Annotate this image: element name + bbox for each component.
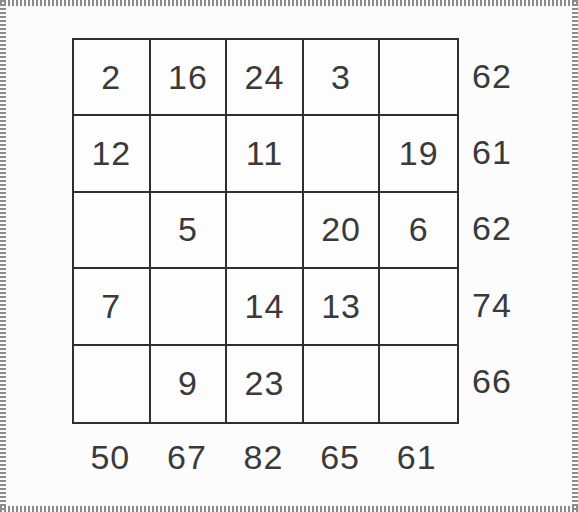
grid-cell-r3c3[interactable] bbox=[227, 193, 304, 269]
row-sum-2: 61 bbox=[472, 133, 512, 172]
row-sum-1: 62 bbox=[472, 57, 512, 96]
row-sum-4: 74 bbox=[472, 286, 512, 325]
perforated-border-top bbox=[0, 0, 578, 6]
grid-cell-r4c1: 7 bbox=[74, 269, 151, 345]
col-sum-4: 65 bbox=[320, 438, 360, 477]
grid-cell-r4c4: 13 bbox=[304, 269, 381, 345]
perforated-border-right bbox=[572, 0, 578, 512]
grid-cell-r1c1: 2 bbox=[74, 40, 151, 116]
grid-cell-r1c5[interactable] bbox=[380, 40, 457, 116]
col-sum-3: 82 bbox=[244, 438, 284, 477]
puzzle-grid: 216243121119520671413923 bbox=[72, 38, 459, 424]
grid-cell-r1c2: 16 bbox=[151, 40, 228, 116]
grid-cell-r4c5[interactable] bbox=[380, 269, 457, 345]
grid-cell-r2c5: 19 bbox=[380, 116, 457, 192]
grid-cell-r2c1: 12 bbox=[74, 116, 151, 192]
grid-cell-r2c3: 11 bbox=[227, 116, 304, 192]
grid-cell-r3c4: 20 bbox=[304, 193, 381, 269]
grid-cell-r4c3: 14 bbox=[227, 269, 304, 345]
col-sum-5: 61 bbox=[397, 438, 437, 477]
row-sum-5: 66 bbox=[472, 362, 512, 401]
grid-cell-r3c1[interactable] bbox=[74, 193, 151, 269]
grid-cell-r3c5: 6 bbox=[380, 193, 457, 269]
col-sum-2: 67 bbox=[167, 438, 207, 477]
grid-cell-r5c5[interactable] bbox=[380, 346, 457, 422]
grid-cell-r2c4[interactable] bbox=[304, 116, 381, 192]
grid-cell-r1c4: 3 bbox=[304, 40, 381, 116]
col-sum-1: 50 bbox=[90, 438, 130, 477]
row-sum-3: 62 bbox=[472, 209, 512, 248]
puzzle-page: 216243121119520671413923 6261627466 5067… bbox=[0, 0, 578, 512]
grid-cell-r5c2: 9 bbox=[151, 346, 228, 422]
grid-cell-r3c2: 5 bbox=[151, 193, 228, 269]
perforated-border-left bbox=[0, 0, 6, 512]
row-totals: 6261627466 bbox=[459, 38, 525, 420]
column-totals: 5067826561 bbox=[72, 424, 455, 490]
grid-cell-r4c2[interactable] bbox=[151, 269, 228, 345]
grid-cell-r5c3: 23 bbox=[227, 346, 304, 422]
perforated-border-bottom bbox=[0, 506, 578, 512]
grid-cell-r5c4[interactable] bbox=[304, 346, 381, 422]
grid-cell-r5c1[interactable] bbox=[74, 346, 151, 422]
grid-cell-r1c3: 24 bbox=[227, 40, 304, 116]
grid-cell-r2c2[interactable] bbox=[151, 116, 228, 192]
